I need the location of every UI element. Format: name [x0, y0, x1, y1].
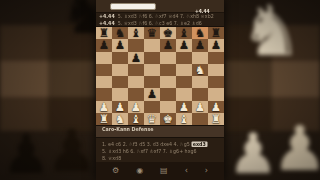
video-frame: ♞ ♞ ♟ ♟ ♟ ♟ +4.44 +4.445. ♗xd3 ♘f6 6. ♘x…: [0, 0, 320, 180]
square-b2[interactable]: ♟: [112, 101, 128, 113]
square-f4[interactable]: [176, 76, 192, 88]
square-h3[interactable]: [208, 88, 224, 100]
piece-white-king: ♚: [160, 113, 176, 126]
piece-black-pawn: ♟: [176, 39, 192, 52]
square-h4[interactable]: [208, 76, 224, 88]
square-b1[interactable]: ♞: [112, 113, 128, 125]
forward-icon[interactable]: ›: [205, 167, 208, 175]
piece-black-queen: ♛: [144, 27, 160, 40]
square-e1[interactable]: ♚: [160, 113, 176, 125]
piece-white-rook: ♜: [208, 113, 224, 126]
piece-black-pawn: ♟: [208, 39, 224, 52]
square-b4[interactable]: [112, 76, 128, 88]
opening-name: Caro-Kann Defense: [102, 127, 153, 133]
square-c5[interactable]: [128, 64, 144, 76]
square-c8[interactable]: ♝: [128, 27, 144, 39]
square-c6[interactable]: ♟: [128, 52, 144, 64]
engine-line[interactable]: +4.445. ♗xd3 ♘f6 6. ♘xf7 ♕d4 7. ♘xh8 ♕xb…: [99, 13, 224, 20]
square-g5[interactable]: ♞: [192, 64, 208, 76]
square-d2[interactable]: [144, 101, 160, 113]
square-b5[interactable]: [112, 64, 128, 76]
chess-app: +4.44 +4.445. ♗xd3 ♘f6 6. ♘xf7 ♕d4 7. ♘x…: [96, 0, 224, 180]
eval-bar: [110, 3, 156, 10]
square-g4[interactable]: [192, 76, 208, 88]
square-a6[interactable]: [96, 52, 112, 64]
explorer-icon[interactable]: ▤: [160, 167, 168, 175]
square-g2[interactable]: ♟: [192, 101, 208, 113]
square-f1[interactable]: ♝: [176, 113, 192, 125]
back-icon[interactable]: ‹: [185, 167, 188, 175]
square-e2[interactable]: [160, 101, 176, 113]
square-f7[interactable]: ♟: [176, 39, 192, 51]
piece-black-pawn: ♟: [144, 88, 160, 101]
piece-black-bishop: ♝: [128, 27, 144, 40]
piece-white-bishop: ♝: [128, 113, 144, 126]
square-b3[interactable]: [112, 88, 128, 100]
piece-black-pawn: ♟: [112, 39, 128, 52]
square-g1[interactable]: [192, 113, 208, 125]
settings-icon[interactable]: ⚙: [112, 167, 119, 175]
square-c4[interactable]: [128, 76, 144, 88]
move-line[interactable]: 1. e4 c6 2. ♘f3 d5 3. d3 dxe4 4. ♘g5 exd…: [102, 141, 224, 148]
square-c7[interactable]: [128, 39, 144, 51]
piece-white-bishop: ♝: [176, 113, 192, 126]
piece-white-queen: ♛: [144, 113, 160, 126]
opening-name-bar: Caro-Kann Defense: [96, 125, 224, 138]
engine-lines-panel: +4.445. ♗xd3 ♘f6 6. ♘xf7 ♕d4 7. ♘xh8 ♕xb…: [96, 13, 224, 27]
piece-white-knight: ♞: [112, 113, 128, 126]
chess-board[interactable]: ♜♞♝♛♚♝♞♜♟♟♟♟♟♟♟♞♟♟♟♟♟♟♟♜♞♝♛♚♝♜: [96, 27, 224, 125]
square-d7[interactable]: [144, 39, 160, 51]
square-e7[interactable]: ♟: [160, 39, 176, 51]
square-e6[interactable]: [160, 52, 176, 64]
piece-black-pawn: ♟: [96, 39, 112, 52]
square-c1[interactable]: ♝: [128, 113, 144, 125]
piece-white-pawn: ♟: [192, 101, 208, 114]
square-c3[interactable]: [128, 88, 144, 100]
square-a1[interactable]: ♜: [96, 113, 112, 125]
piece-white-knight: ♞: [192, 64, 208, 77]
square-f2[interactable]: ♟: [176, 101, 192, 113]
square-a5[interactable]: [96, 64, 112, 76]
bottom-toolbar: ⚙ ◉ ▤ ‹ ›: [96, 162, 224, 180]
square-g6[interactable]: [192, 52, 208, 64]
move-list: 1. e4 c6 2. ♘f3 d5 3. d3 dxe4 4. ♘g5 exd…: [96, 138, 224, 164]
square-d1[interactable]: ♛: [144, 113, 160, 125]
square-e5[interactable]: [160, 64, 176, 76]
current-move[interactable]: exd3: [191, 142, 207, 148]
square-h6[interactable]: [208, 52, 224, 64]
square-d3[interactable]: ♟: [144, 88, 160, 100]
move-line[interactable]: 5. ♗xd3 h6 6. ♘xf7 ♔xf7 7. ♗g6+ hxg6: [102, 148, 224, 155]
piece-white-rook: ♜: [96, 113, 112, 126]
app-top-bar: +4.44: [96, 0, 224, 13]
square-f5[interactable]: [176, 64, 192, 76]
square-f6[interactable]: [176, 52, 192, 64]
square-g7[interactable]: ♟: [192, 39, 208, 51]
piece-black-pawn: ♟: [160, 39, 176, 52]
square-h2[interactable]: ♟: [208, 101, 224, 113]
square-e4[interactable]: [160, 76, 176, 88]
square-d5[interactable]: [144, 64, 160, 76]
square-a3[interactable]: [96, 88, 112, 100]
piece-black-pawn: ♟: [128, 52, 144, 65]
engine-icon[interactable]: ◉: [136, 167, 143, 175]
square-h7[interactable]: ♟: [208, 39, 224, 51]
piece-black-pawn: ♟: [192, 39, 208, 52]
engine-line-moves: 5. ♗xd3 ♘f6 6. ♘xf7 ♕d4 7. ♘xh8 ♕xb2: [118, 14, 214, 20]
square-a2[interactable]: ♟: [96, 101, 112, 113]
square-h1[interactable]: ♜: [208, 113, 224, 125]
square-g3[interactable]: [192, 88, 208, 100]
square-b6[interactable]: [112, 52, 128, 64]
square-d6[interactable]: [144, 52, 160, 64]
move-line[interactable]: 8. ♕xd8: [102, 155, 224, 162]
square-h5[interactable]: [208, 64, 224, 76]
square-c2[interactable]: ♟: [128, 101, 144, 113]
square-d8[interactable]: ♛: [144, 27, 160, 39]
square-e3[interactable]: [160, 88, 176, 100]
square-f3[interactable]: [176, 88, 192, 100]
square-a7[interactable]: ♟: [96, 39, 112, 51]
square-b7[interactable]: ♟: [112, 39, 128, 51]
engine-eval-badge: +4.44: [99, 14, 115, 20]
square-a4[interactable]: [96, 76, 112, 88]
